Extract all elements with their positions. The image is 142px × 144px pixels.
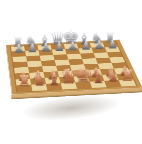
board-frame: ♜♞♝♛♚♝♞♜♟♟♟♟♟♟♟♟♟♟♟♟♟♟♟♟♜♞♝♛♚♝♞♜	[6, 40, 142, 95]
square-a1: ♜	[16, 85, 32, 92]
chess-set-photo: ♜♞♝♛♚♝♞♜♟♟♟♟♟♟♟♟♟♟♟♟♟♟♟♟♜♞♝♛♚♝♞♜	[0, 0, 142, 144]
board-grid: ♜♞♝♛♚♝♞♜♟♟♟♟♟♟♟♟♟♟♟♟♟♟♟♟♜♞♝♛♚♝♞♜	[11, 42, 136, 92]
chess-board: ♜♞♝♛♚♝♞♜♟♟♟♟♟♟♟♟♟♟♟♟♟♟♟♟♜♞♝♛♚♝♞♜	[6, 40, 142, 95]
copper-rook-a1: ♜	[11, 75, 39, 89]
silver-pawn-a7: ♟	[6, 43, 31, 54]
square-c5	[41, 60, 56, 66]
